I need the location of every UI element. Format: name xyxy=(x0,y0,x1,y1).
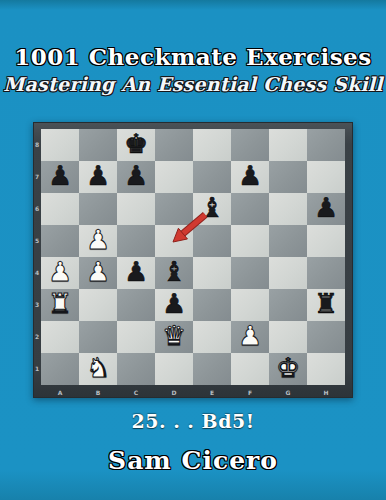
black-pawn-h6: ♟ xyxy=(314,194,338,221)
author-name: Sam Cicero xyxy=(0,433,386,476)
square-f2: ♟ xyxy=(231,321,269,353)
black-pawn-d3: ♟ xyxy=(162,290,186,317)
square-f3 xyxy=(231,289,269,321)
black-bishop-e6: ♝ xyxy=(200,194,224,221)
white-knight-b1: ♞ xyxy=(86,354,110,381)
black-pawn-c7: ♟ xyxy=(124,162,148,189)
square-c8: ♚ xyxy=(117,129,155,161)
file-label-b: B xyxy=(79,389,117,396)
file-label-c: C xyxy=(117,389,155,396)
square-e1 xyxy=(193,353,231,385)
square-b1: ♞ xyxy=(79,353,117,385)
square-e8 xyxy=(193,129,231,161)
square-d4: ♝ xyxy=(155,257,193,289)
square-h1 xyxy=(307,353,345,385)
book-title: 1001 Checkmate Exercises xyxy=(0,0,386,71)
square-h3: ♜ xyxy=(307,289,345,321)
square-e6: ♝ xyxy=(193,193,231,225)
black-pawn-c4: ♟ xyxy=(124,258,148,285)
square-g2 xyxy=(269,321,307,353)
square-d6 xyxy=(155,193,193,225)
black-bishop-d4: ♝ xyxy=(162,258,186,285)
file-label-h: H xyxy=(307,389,345,396)
square-f8 xyxy=(231,129,269,161)
move-caption: 25. . . Bd5! xyxy=(0,398,386,433)
square-a5 xyxy=(41,225,79,257)
file-label-f: F xyxy=(231,389,269,396)
rank-label-2: 2 xyxy=(33,333,41,340)
square-g8 xyxy=(269,129,307,161)
square-d1 xyxy=(155,353,193,385)
white-king-g1: ♚ xyxy=(276,354,300,381)
square-b8 xyxy=(79,129,117,161)
square-c6 xyxy=(117,193,155,225)
black-rook-h3: ♜ xyxy=(314,290,338,317)
square-a3: ♜ xyxy=(41,289,79,321)
square-h7 xyxy=(307,161,345,193)
square-c3 xyxy=(117,289,155,321)
white-rook-a3: ♜ xyxy=(48,290,72,317)
white-pawn-b4: ♟ xyxy=(86,258,110,285)
square-e7 xyxy=(193,161,231,193)
square-d3: ♟ xyxy=(155,289,193,321)
square-b2 xyxy=(79,321,117,353)
book-cover: 1001 Checkmate Exercises Mastering An Es… xyxy=(0,0,386,500)
book-subtitle: Mastering An Essential Chess Skill xyxy=(0,71,386,97)
square-a4: ♟ xyxy=(41,257,79,289)
square-a2 xyxy=(41,321,79,353)
rank-label-3: 3 xyxy=(33,301,41,308)
square-a6 xyxy=(41,193,79,225)
square-b6 xyxy=(79,193,117,225)
white-pawn-b5: ♟ xyxy=(86,226,110,253)
square-d2: ♛ xyxy=(155,321,193,353)
square-f4 xyxy=(231,257,269,289)
square-f5 xyxy=(231,225,269,257)
square-c2 xyxy=(117,321,155,353)
black-pawn-a7: ♟ xyxy=(48,162,72,189)
square-c5 xyxy=(117,225,155,257)
square-b3 xyxy=(79,289,117,321)
rank-label-5: 5 xyxy=(33,237,41,244)
square-h8 xyxy=(307,129,345,161)
file-label-g: G xyxy=(269,389,307,396)
square-h4 xyxy=(307,257,345,289)
white-queen-d2: ♛ xyxy=(162,322,186,349)
square-g4 xyxy=(269,257,307,289)
square-e5 xyxy=(193,225,231,257)
square-f1 xyxy=(231,353,269,385)
square-a7: ♟ xyxy=(41,161,79,193)
square-b4: ♟ xyxy=(79,257,117,289)
square-d5 xyxy=(155,225,193,257)
rank-label-8: 8 xyxy=(33,141,41,148)
black-king-c8: ♚ xyxy=(124,130,148,157)
square-b5: ♟ xyxy=(79,225,117,257)
square-a1 xyxy=(41,353,79,385)
square-d7 xyxy=(155,161,193,193)
white-pawn-a4: ♟ xyxy=(48,258,72,285)
square-f7: ♟ xyxy=(231,161,269,193)
chess-board-frame: ♚♟♟♟♟♝♟♟♟♟♟♝♜♟♜♛♟♞♚ 87654321ABCDEFGH xyxy=(33,122,353,398)
square-f6 xyxy=(231,193,269,225)
square-d8 xyxy=(155,129,193,161)
chess-board: ♚♟♟♟♟♝♟♟♟♟♟♝♜♟♜♛♟♞♚ xyxy=(41,129,345,385)
file-label-d: D xyxy=(155,389,193,396)
black-pawn-b7: ♟ xyxy=(86,162,110,189)
square-c4: ♟ xyxy=(117,257,155,289)
square-g1: ♚ xyxy=(269,353,307,385)
white-pawn-f2: ♟ xyxy=(238,322,262,349)
rank-label-1: 1 xyxy=(33,365,41,372)
rank-label-7: 7 xyxy=(33,173,41,180)
square-c7: ♟ xyxy=(117,161,155,193)
square-g3 xyxy=(269,289,307,321)
square-e2 xyxy=(193,321,231,353)
square-e4 xyxy=(193,257,231,289)
file-label-e: E xyxy=(193,389,231,396)
square-b7: ♟ xyxy=(79,161,117,193)
square-h2 xyxy=(307,321,345,353)
square-g5 xyxy=(269,225,307,257)
black-pawn-f7: ♟ xyxy=(238,162,262,189)
rank-label-4: 4 xyxy=(33,269,41,276)
square-h5 xyxy=(307,225,345,257)
square-a8 xyxy=(41,129,79,161)
square-e3 xyxy=(193,289,231,321)
square-g6 xyxy=(269,193,307,225)
file-label-a: A xyxy=(41,389,79,396)
rank-label-6: 6 xyxy=(33,205,41,212)
square-g7 xyxy=(269,161,307,193)
square-h6: ♟ xyxy=(307,193,345,225)
square-c1 xyxy=(117,353,155,385)
